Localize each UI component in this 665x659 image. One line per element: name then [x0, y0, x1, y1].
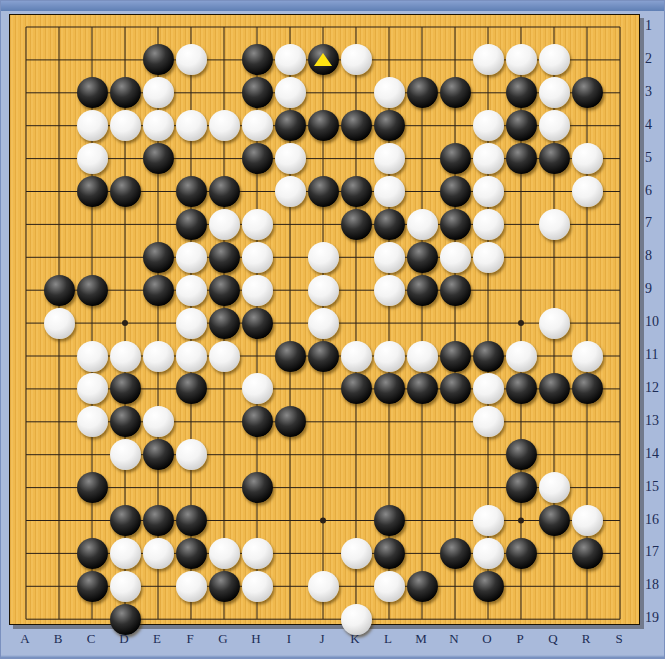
row-label-15: 15 — [645, 479, 665, 495]
white-stone[interactable] — [77, 143, 108, 174]
star-point — [518, 320, 524, 326]
column-label-B: B — [46, 631, 70, 647]
black-stone[interactable] — [440, 275, 471, 306]
black-stone[interactable] — [77, 275, 108, 306]
white-stone[interactable] — [572, 505, 603, 536]
white-stone[interactable] — [77, 406, 108, 437]
row-label-5: 5 — [645, 150, 665, 166]
row-label-19: 19 — [645, 610, 665, 626]
black-stone[interactable] — [308, 341, 339, 372]
black-stone[interactable] — [143, 143, 174, 174]
white-stone[interactable] — [209, 538, 240, 569]
black-stone[interactable] — [110, 406, 141, 437]
white-stone[interactable] — [473, 110, 504, 141]
white-stone[interactable] — [77, 110, 108, 141]
black-stone[interactable] — [374, 209, 405, 240]
black-stone[interactable] — [506, 439, 537, 470]
black-stone[interactable] — [506, 110, 537, 141]
black-stone[interactable] — [176, 176, 207, 207]
black-stone[interactable] — [374, 373, 405, 404]
white-stone[interactable] — [308, 242, 339, 273]
black-stone[interactable] — [209, 242, 240, 273]
black-stone[interactable] — [341, 110, 372, 141]
black-stone[interactable] — [209, 571, 240, 602]
white-stone[interactable] — [539, 77, 570, 108]
column-label-L: L — [376, 631, 400, 647]
black-stone[interactable] — [77, 176, 108, 207]
white-stone[interactable] — [473, 505, 504, 536]
black-stone[interactable] — [77, 538, 108, 569]
white-stone[interactable] — [110, 439, 141, 470]
white-stone[interactable] — [110, 341, 141, 372]
white-stone[interactable] — [242, 275, 273, 306]
black-stone[interactable] — [440, 209, 471, 240]
black-stone[interactable] — [209, 275, 240, 306]
star-point — [518, 518, 524, 524]
white-stone[interactable] — [572, 143, 603, 174]
white-stone[interactable] — [572, 341, 603, 372]
column-label-R: R — [574, 631, 598, 647]
column-label-C: C — [79, 631, 103, 647]
black-stone[interactable] — [407, 242, 438, 273]
black-stone[interactable] — [242, 44, 273, 75]
white-stone[interactable] — [176, 439, 207, 470]
black-stone[interactable] — [506, 472, 537, 503]
row-label-9: 9 — [645, 281, 665, 297]
row-label-11: 11 — [645, 347, 665, 363]
column-label-Q: Q — [541, 631, 565, 647]
white-stone[interactable] — [275, 44, 306, 75]
black-stone[interactable] — [506, 373, 537, 404]
white-stone[interactable] — [275, 143, 306, 174]
column-label-M: M — [409, 631, 433, 647]
white-stone[interactable] — [407, 341, 438, 372]
black-stone[interactable] — [506, 143, 537, 174]
black-stone[interactable] — [374, 538, 405, 569]
white-stone[interactable] — [308, 308, 339, 339]
black-stone[interactable] — [275, 406, 306, 437]
row-label-2: 2 — [645, 51, 665, 67]
row-label-7: 7 — [645, 215, 665, 231]
white-stone[interactable] — [176, 242, 207, 273]
column-label-J: J — [310, 631, 334, 647]
black-stone[interactable] — [110, 373, 141, 404]
black-stone[interactable] — [440, 373, 471, 404]
star-point — [122, 320, 128, 326]
white-stone[interactable] — [473, 176, 504, 207]
white-stone[interactable] — [143, 341, 174, 372]
black-stone[interactable] — [539, 373, 570, 404]
black-stone[interactable] — [110, 77, 141, 108]
black-stone[interactable] — [374, 505, 405, 536]
column-label-H: H — [244, 631, 268, 647]
white-stone[interactable] — [110, 538, 141, 569]
black-stone[interactable] — [506, 77, 537, 108]
black-stone[interactable] — [407, 373, 438, 404]
black-stone[interactable] — [341, 373, 372, 404]
black-stone[interactable] — [506, 538, 537, 569]
black-stone[interactable] — [341, 209, 372, 240]
row-label-14: 14 — [645, 446, 665, 462]
black-stone[interactable] — [440, 538, 471, 569]
column-label-P: P — [508, 631, 532, 647]
column-label-G: G — [211, 631, 235, 647]
white-stone[interactable] — [473, 209, 504, 240]
black-stone[interactable] — [407, 77, 438, 108]
white-stone[interactable] — [242, 110, 273, 141]
black-stone[interactable] — [407, 275, 438, 306]
black-stone[interactable] — [77, 571, 108, 602]
white-stone[interactable] — [374, 242, 405, 273]
column-label-F: F — [178, 631, 202, 647]
row-label-4: 4 — [645, 117, 665, 133]
white-stone[interactable] — [77, 373, 108, 404]
white-stone[interactable] — [143, 406, 174, 437]
black-stone[interactable] — [374, 110, 405, 141]
white-stone[interactable] — [539, 472, 570, 503]
white-stone[interactable] — [473, 538, 504, 569]
row-label-18: 18 — [645, 577, 665, 593]
black-stone[interactable] — [308, 110, 339, 141]
white-stone[interactable] — [242, 538, 273, 569]
white-stone[interactable] — [275, 77, 306, 108]
row-label-6: 6 — [645, 183, 665, 199]
column-label-E: E — [145, 631, 169, 647]
column-label-O: O — [475, 631, 499, 647]
white-stone[interactable] — [572, 176, 603, 207]
black-stone[interactable] — [572, 373, 603, 404]
white-stone[interactable] — [308, 275, 339, 306]
white-stone[interactable] — [473, 406, 504, 437]
black-stone[interactable] — [539, 143, 570, 174]
row-label-10: 10 — [645, 314, 665, 330]
black-stone[interactable] — [275, 110, 306, 141]
row-label-1: 1 — [645, 18, 665, 34]
black-stone[interactable] — [572, 538, 603, 569]
white-stone[interactable] — [44, 308, 75, 339]
black-stone[interactable] — [77, 77, 108, 108]
go-board-window: ABCDEFGHIJKLMNOPQRS 12345678910111213141… — [0, 0, 665, 659]
black-stone[interactable] — [110, 176, 141, 207]
black-stone[interactable] — [143, 275, 174, 306]
white-stone[interactable] — [176, 44, 207, 75]
black-stone[interactable] — [242, 472, 273, 503]
column-label-A: A — [13, 631, 37, 647]
star-point — [320, 518, 326, 524]
column-label-D: D — [112, 631, 136, 647]
black-stone[interactable] — [440, 176, 471, 207]
black-stone[interactable] — [407, 571, 438, 602]
black-stone[interactable] — [440, 341, 471, 372]
white-stone[interactable] — [473, 44, 504, 75]
white-stone[interactable] — [143, 538, 174, 569]
white-stone[interactable] — [110, 110, 141, 141]
white-stone[interactable] — [374, 341, 405, 372]
white-stone[interactable] — [77, 341, 108, 372]
white-stone[interactable] — [275, 176, 306, 207]
white-stone[interactable] — [308, 571, 339, 602]
black-stone[interactable] — [143, 505, 174, 536]
white-stone[interactable] — [176, 275, 207, 306]
black-stone[interactable] — [209, 176, 240, 207]
column-label-I: I — [277, 631, 301, 647]
black-stone[interactable] — [143, 44, 174, 75]
row-label-12: 12 — [645, 380, 665, 396]
triangle-marker — [314, 53, 332, 66]
black-stone[interactable] — [242, 406, 273, 437]
white-stone[interactable] — [506, 44, 537, 75]
white-stone[interactable] — [176, 308, 207, 339]
black-stone[interactable] — [176, 505, 207, 536]
black-stone[interactable] — [44, 275, 75, 306]
go-board[interactable] — [9, 14, 640, 625]
black-stone[interactable] — [275, 341, 306, 372]
window-top-bar — [1, 1, 665, 11]
black-stone[interactable] — [209, 308, 240, 339]
white-stone[interactable] — [473, 143, 504, 174]
white-stone[interactable] — [407, 209, 438, 240]
white-stone[interactable] — [374, 143, 405, 174]
white-stone[interactable] — [143, 77, 174, 108]
column-label-N: N — [442, 631, 466, 647]
black-stone[interactable] — [143, 242, 174, 273]
column-label-K: K — [343, 631, 367, 647]
black-stone[interactable] — [473, 571, 504, 602]
white-stone[interactable] — [341, 44, 372, 75]
black-stone[interactable] — [308, 176, 339, 207]
black-stone[interactable] — [242, 77, 273, 108]
window-bottom-edge — [1, 655, 665, 658]
black-stone[interactable] — [110, 505, 141, 536]
row-label-8: 8 — [645, 248, 665, 264]
row-label-16: 16 — [645, 512, 665, 528]
white-stone[interactable] — [473, 242, 504, 273]
white-stone[interactable] — [374, 77, 405, 108]
white-stone[interactable] — [341, 538, 372, 569]
white-stone[interactable] — [176, 110, 207, 141]
black-stone[interactable] — [176, 209, 207, 240]
white-stone[interactable] — [539, 308, 570, 339]
white-stone[interactable] — [242, 209, 273, 240]
white-stone[interactable] — [506, 341, 537, 372]
white-stone[interactable] — [176, 571, 207, 602]
black-stone[interactable] — [176, 538, 207, 569]
white-stone[interactable] — [374, 571, 405, 602]
white-stone[interactable] — [176, 341, 207, 372]
black-stone[interactable] — [473, 341, 504, 372]
white-stone[interactable] — [242, 373, 273, 404]
black-stone[interactable] — [341, 176, 372, 207]
white-stone[interactable] — [539, 110, 570, 141]
row-label-13: 13 — [645, 413, 665, 429]
white-stone[interactable] — [374, 275, 405, 306]
black-stone[interactable] — [143, 439, 174, 470]
column-label-S: S — [607, 631, 631, 647]
black-stone[interactable] — [440, 77, 471, 108]
white-stone[interactable] — [209, 341, 240, 372]
black-stone[interactable] — [242, 143, 273, 174]
white-stone[interactable] — [242, 571, 273, 602]
white-stone[interactable] — [440, 242, 471, 273]
white-stone[interactable] — [473, 373, 504, 404]
white-stone[interactable] — [110, 571, 141, 602]
white-stone[interactable] — [143, 110, 174, 141]
white-stone[interactable] — [539, 44, 570, 75]
white-stone[interactable] — [341, 341, 372, 372]
black-stone[interactable] — [77, 472, 108, 503]
black-stone[interactable] — [176, 373, 207, 404]
black-stone[interactable] — [572, 77, 603, 108]
black-stone[interactable] — [242, 308, 273, 339]
white-stone[interactable] — [539, 209, 570, 240]
white-stone[interactable] — [242, 242, 273, 273]
row-label-17: 17 — [645, 544, 665, 560]
white-stone[interactable] — [209, 110, 240, 141]
white-stone[interactable] — [374, 176, 405, 207]
row-label-3: 3 — [645, 84, 665, 100]
black-stone[interactable] — [539, 505, 570, 536]
black-stone[interactable] — [440, 143, 471, 174]
white-stone[interactable] — [209, 209, 240, 240]
